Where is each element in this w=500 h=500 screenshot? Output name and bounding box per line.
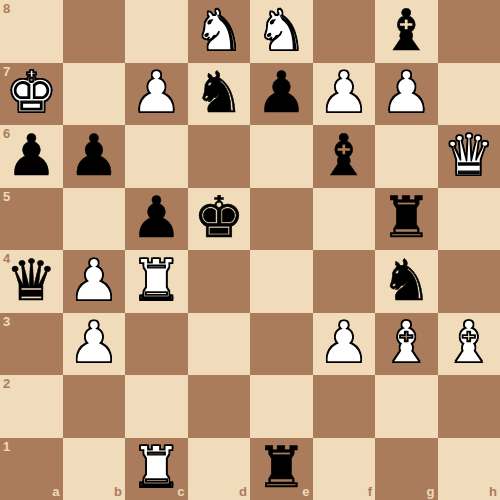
square-h5[interactable] — [438, 188, 500, 251]
piece-white-knight[interactable]: ♞ — [193, 2, 244, 59]
chess-board: 8♞♞♝♚7♟♞♟♟♟♟6♟♝♛5♟♚♜♛4♟♜♞3♟♟♝♝21ab♜cd♜ef… — [0, 0, 500, 500]
square-g4[interactable]: ♞ — [375, 250, 438, 313]
square-g6[interactable] — [375, 125, 438, 188]
square-e4[interactable] — [250, 250, 313, 313]
square-a3[interactable]: 3 — [0, 313, 63, 376]
square-f5[interactable] — [313, 188, 376, 251]
square-f8[interactable] — [313, 0, 376, 63]
square-c5[interactable]: ♟ — [125, 188, 188, 251]
square-g3[interactable]: ♝ — [375, 313, 438, 376]
rank-label-2: 2 — [3, 377, 10, 390]
square-c4[interactable]: ♜ — [125, 250, 188, 313]
square-d2[interactable] — [188, 375, 251, 438]
file-label-g: g — [427, 485, 435, 498]
piece-white-rook[interactable]: ♜ — [131, 252, 182, 309]
square-h8[interactable] — [438, 0, 500, 63]
rank-label-1: 1 — [3, 440, 10, 453]
piece-black-rook[interactable]: ♜ — [256, 439, 307, 496]
square-e8[interactable]: ♞ — [250, 0, 313, 63]
square-a8[interactable]: 8 — [0, 0, 63, 63]
square-e3[interactable] — [250, 313, 313, 376]
rank-label-5: 5 — [3, 190, 10, 203]
square-d3[interactable] — [188, 313, 251, 376]
square-d7[interactable]: ♞ — [188, 63, 251, 126]
square-h2[interactable] — [438, 375, 500, 438]
square-c8[interactable] — [125, 0, 188, 63]
square-d1[interactable]: d — [188, 438, 251, 500]
square-e1[interactable]: ♜e — [250, 438, 313, 500]
square-b3[interactable]: ♟ — [63, 313, 126, 376]
piece-white-knight[interactable]: ♞ — [256, 2, 307, 59]
piece-black-king[interactable]: ♚ — [193, 189, 244, 246]
square-b5[interactable] — [63, 188, 126, 251]
piece-white-pawn[interactable]: ♟ — [318, 314, 369, 371]
square-b6[interactable]: ♟ — [63, 125, 126, 188]
piece-black-rook[interactable]: ♜ — [381, 189, 432, 246]
piece-white-king[interactable]: ♚ — [6, 64, 57, 121]
piece-black-pawn[interactable]: ♟ — [131, 189, 182, 246]
square-g1[interactable]: g — [375, 438, 438, 500]
square-e7[interactable]: ♟ — [250, 63, 313, 126]
square-c2[interactable] — [125, 375, 188, 438]
file-label-d: d — [239, 485, 247, 498]
piece-white-rook[interactable]: ♜ — [131, 439, 182, 496]
piece-white-pawn[interactable]: ♟ — [318, 64, 369, 121]
square-a1[interactable]: 1a — [0, 438, 63, 500]
square-h1[interactable]: h — [438, 438, 500, 500]
square-e5[interactable] — [250, 188, 313, 251]
square-c1[interactable]: ♜c — [125, 438, 188, 500]
piece-black-bishop[interactable]: ♝ — [381, 2, 432, 59]
square-b7[interactable] — [63, 63, 126, 126]
square-f3[interactable]: ♟ — [313, 313, 376, 376]
piece-black-knight[interactable]: ♞ — [381, 252, 432, 309]
square-d4[interactable] — [188, 250, 251, 313]
piece-black-pawn[interactable]: ♟ — [6, 127, 57, 184]
piece-white-queen[interactable]: ♛ — [443, 127, 494, 184]
square-a2[interactable]: 2 — [0, 375, 63, 438]
file-label-h: h — [489, 485, 497, 498]
square-f1[interactable]: f — [313, 438, 376, 500]
square-b8[interactable] — [63, 0, 126, 63]
square-f4[interactable] — [313, 250, 376, 313]
square-c7[interactable]: ♟ — [125, 63, 188, 126]
square-g8[interactable]: ♝ — [375, 0, 438, 63]
square-b2[interactable] — [63, 375, 126, 438]
piece-white-bishop[interactable]: ♝ — [381, 314, 432, 371]
piece-white-pawn[interactable]: ♟ — [381, 64, 432, 121]
square-f2[interactable] — [313, 375, 376, 438]
square-e6[interactable] — [250, 125, 313, 188]
piece-black-knight[interactable]: ♞ — [193, 64, 244, 121]
file-label-f: f — [368, 485, 372, 498]
square-h3[interactable]: ♝ — [438, 313, 500, 376]
file-label-b: b — [114, 485, 122, 498]
piece-white-pawn[interactable]: ♟ — [131, 64, 182, 121]
square-c3[interactable] — [125, 313, 188, 376]
square-h4[interactable] — [438, 250, 500, 313]
square-f7[interactable]: ♟ — [313, 63, 376, 126]
piece-black-pawn[interactable]: ♟ — [256, 64, 307, 121]
square-d8[interactable]: ♞ — [188, 0, 251, 63]
square-b4[interactable]: ♟ — [63, 250, 126, 313]
square-g5[interactable]: ♜ — [375, 188, 438, 251]
square-g7[interactable]: ♟ — [375, 63, 438, 126]
piece-black-bishop[interactable]: ♝ — [318, 127, 369, 184]
square-d5[interactable]: ♚ — [188, 188, 251, 251]
square-a5[interactable]: 5 — [0, 188, 63, 251]
piece-white-bishop[interactable]: ♝ — [443, 314, 494, 371]
square-h7[interactable] — [438, 63, 500, 126]
rank-label-3: 3 — [3, 315, 10, 328]
square-d6[interactable] — [188, 125, 251, 188]
piece-white-pawn[interactable]: ♟ — [68, 314, 119, 371]
rank-label-8: 8 — [3, 2, 10, 15]
square-a4[interactable]: ♛4 — [0, 250, 63, 313]
square-f6[interactable]: ♝ — [313, 125, 376, 188]
square-a7[interactable]: ♚7 — [0, 63, 63, 126]
square-c6[interactable] — [125, 125, 188, 188]
piece-black-queen[interactable]: ♛ — [6, 252, 57, 309]
piece-black-pawn[interactable]: ♟ — [68, 127, 119, 184]
square-g2[interactable] — [375, 375, 438, 438]
piece-white-pawn[interactable]: ♟ — [68, 252, 119, 309]
square-e2[interactable] — [250, 375, 313, 438]
square-h6[interactable]: ♛ — [438, 125, 500, 188]
square-b1[interactable]: b — [63, 438, 126, 500]
square-a6[interactable]: ♟6 — [0, 125, 63, 188]
file-label-a: a — [52, 485, 59, 498]
